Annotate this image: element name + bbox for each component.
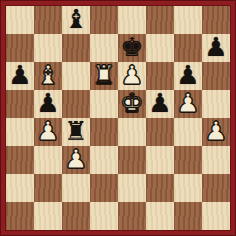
square-c6[interactable] (62, 62, 90, 90)
square-g2[interactable] (174, 174, 202, 202)
square-d5[interactable] (90, 90, 118, 118)
square-g6[interactable]: ♟ (174, 62, 202, 90)
black-pawn-a6[interactable]: ♟ (8, 62, 31, 89)
square-b4[interactable]: ♟ (34, 118, 62, 146)
black-pawn-h7[interactable]: ♟ (204, 34, 227, 61)
square-a4[interactable] (6, 118, 34, 146)
square-b2[interactable] (34, 174, 62, 202)
square-b3[interactable] (34, 146, 62, 174)
black-king-e7[interactable]: ♚ (120, 34, 143, 61)
square-g1[interactable] (174, 202, 202, 230)
square-d8[interactable] (90, 6, 118, 34)
square-a5[interactable] (6, 90, 34, 118)
square-f6[interactable] (146, 62, 174, 90)
square-c1[interactable] (62, 202, 90, 230)
square-g8[interactable] (174, 6, 202, 34)
chess-board: ♝♚♟♟♝♜♟♟♟♚♟♟♟♜♟♟ (6, 6, 230, 230)
square-h8[interactable] (202, 6, 230, 34)
square-f8[interactable] (146, 6, 174, 34)
square-b6[interactable]: ♝ (34, 62, 62, 90)
square-a2[interactable] (6, 174, 34, 202)
square-c3[interactable]: ♟ (62, 146, 90, 174)
square-h7[interactable]: ♟ (202, 34, 230, 62)
square-h5[interactable] (202, 90, 230, 118)
white-rook-d6[interactable]: ♜ (92, 62, 115, 89)
square-a1[interactable] (6, 202, 34, 230)
square-f7[interactable] (146, 34, 174, 62)
square-b7[interactable] (34, 34, 62, 62)
square-h6[interactable] (202, 62, 230, 90)
square-d1[interactable] (90, 202, 118, 230)
square-c5[interactable] (62, 90, 90, 118)
square-f1[interactable] (146, 202, 174, 230)
square-d6[interactable]: ♜ (90, 62, 118, 90)
square-c7[interactable] (62, 34, 90, 62)
square-b5[interactable]: ♟ (34, 90, 62, 118)
square-g5[interactable]: ♟ (174, 90, 202, 118)
square-f3[interactable] (146, 146, 174, 174)
square-c2[interactable] (62, 174, 90, 202)
square-e1[interactable] (118, 202, 146, 230)
square-f4[interactable] (146, 118, 174, 146)
white-bishop-b6[interactable]: ♝ (36, 62, 59, 89)
square-d2[interactable] (90, 174, 118, 202)
square-e2[interactable] (118, 174, 146, 202)
black-rook-c4[interactable]: ♜ (64, 118, 87, 145)
black-bishop-c8[interactable]: ♝ (64, 6, 87, 33)
square-c8[interactable]: ♝ (62, 6, 90, 34)
square-g4[interactable] (174, 118, 202, 146)
square-e4[interactable] (118, 118, 146, 146)
white-pawn-c3[interactable]: ♟ (64, 146, 87, 173)
square-g7[interactable] (174, 34, 202, 62)
square-h3[interactable] (202, 146, 230, 174)
square-e6[interactable]: ♟ (118, 62, 146, 90)
square-e7[interactable]: ♚ (118, 34, 146, 62)
white-king-e5[interactable]: ♚ (120, 90, 143, 117)
square-d4[interactable] (90, 118, 118, 146)
square-h1[interactable] (202, 202, 230, 230)
white-pawn-b4[interactable]: ♟ (36, 118, 59, 145)
square-f2[interactable] (146, 174, 174, 202)
square-a7[interactable] (6, 34, 34, 62)
square-g3[interactable] (174, 146, 202, 174)
square-a6[interactable]: ♟ (6, 62, 34, 90)
square-c4[interactable]: ♜ (62, 118, 90, 146)
square-b1[interactable] (34, 202, 62, 230)
square-b8[interactable] (34, 6, 62, 34)
square-d7[interactable] (90, 34, 118, 62)
black-pawn-f5[interactable]: ♟ (148, 90, 171, 117)
white-pawn-g5[interactable]: ♟ (176, 90, 199, 117)
square-e5[interactable]: ♚ (118, 90, 146, 118)
square-f5[interactable]: ♟ (146, 90, 174, 118)
square-h4[interactable]: ♟ (202, 118, 230, 146)
square-a3[interactable] (6, 146, 34, 174)
white-pawn-h4[interactable]: ♟ (204, 118, 227, 145)
white-pawn-e6[interactable]: ♟ (120, 62, 143, 89)
square-h2[interactable] (202, 174, 230, 202)
black-pawn-g6[interactable]: ♟ (176, 62, 199, 89)
square-e3[interactable] (118, 146, 146, 174)
black-pawn-b5[interactable]: ♟ (36, 90, 59, 117)
square-e8[interactable] (118, 6, 146, 34)
board-frame: ♝♚♟♟♝♜♟♟♟♚♟♟♟♜♟♟ (0, 0, 236, 236)
square-d3[interactable] (90, 146, 118, 174)
square-a8[interactable] (6, 6, 34, 34)
